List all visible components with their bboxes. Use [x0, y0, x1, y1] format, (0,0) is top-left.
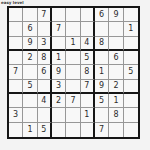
sudoku-cell-r1c6[interactable]: [81, 8, 95, 22]
puzzle-caption: easy level: [1, 0, 24, 5]
sudoku-cell-r8c3[interactable]: [38, 108, 52, 122]
sudoku-cell-r7c4[interactable]: 2: [52, 94, 66, 108]
sudoku-cell-r1c8[interactable]: 9: [109, 8, 123, 22]
sudoku-cell-r6c7[interactable]: 9: [95, 80, 109, 94]
sudoku-cell-r1c9[interactable]: [124, 8, 138, 22]
sudoku-cell-r5c2[interactable]: [23, 65, 37, 79]
sudoku-cell-r2c2[interactable]: 6: [23, 22, 37, 36]
sudoku-cell-r4c5[interactable]: [66, 51, 80, 65]
sudoku-cell-r7c3[interactable]: 4: [38, 94, 52, 108]
sudoku-cell-r1c7[interactable]: 6: [95, 8, 109, 22]
sudoku-cell-r4c7[interactable]: [95, 51, 109, 65]
sudoku-cell-r1c1[interactable]: [9, 8, 23, 22]
sudoku-cell-r4c4[interactable]: 1: [52, 51, 66, 65]
sudoku-cell-r3c4[interactable]: [52, 37, 66, 51]
sudoku-cell-r7c2[interactable]: [23, 94, 37, 108]
sudoku-cell-r4c3[interactable]: 8: [38, 51, 52, 65]
sudoku-cell-r9c6[interactable]: [81, 123, 95, 137]
sudoku-cell-r3c8[interactable]: [109, 37, 123, 51]
sudoku-board: 76967193148281567698155379242751318157: [7, 6, 140, 139]
sudoku-cell-r8c9[interactable]: [124, 108, 138, 122]
sudoku-cell-r4c8[interactable]: 6: [109, 51, 123, 65]
sudoku-cell-r7c5[interactable]: 7: [66, 94, 80, 108]
sudoku-cell-r5c4[interactable]: 9: [52, 65, 66, 79]
sudoku-cell-r9c8[interactable]: [109, 123, 123, 137]
sudoku-cell-r5c7[interactable]: 1: [95, 65, 109, 79]
sudoku-cell-r8c4[interactable]: [52, 108, 66, 122]
sudoku-cell-r3c1[interactable]: [9, 37, 23, 51]
sudoku-cell-r6c6[interactable]: 7: [81, 80, 95, 94]
sudoku-cell-r1c2[interactable]: [23, 8, 37, 22]
sudoku-cell-r3c7[interactable]: 8: [95, 37, 109, 51]
sudoku-cell-r2c6[interactable]: [81, 22, 95, 36]
sudoku-cell-r7c8[interactable]: 1: [109, 94, 123, 108]
sudoku-cell-r8c8[interactable]: 8: [109, 108, 123, 122]
sudoku-cell-r7c7[interactable]: 5: [95, 94, 109, 108]
sudoku-cell-r5c6[interactable]: 8: [81, 65, 95, 79]
sudoku-cell-r8c1[interactable]: 3: [9, 108, 23, 122]
sudoku-cell-r5c8[interactable]: [109, 65, 123, 79]
sudoku-cell-r8c6[interactable]: 1: [81, 108, 95, 122]
sudoku-cell-r7c6[interactable]: [81, 94, 95, 108]
sudoku-cell-r3c2[interactable]: 9: [23, 37, 37, 51]
sudoku-cell-r3c3[interactable]: 3: [38, 37, 52, 51]
sudoku-cell-r2c4[interactable]: 7: [52, 22, 66, 36]
sudoku-cell-r4c2[interactable]: 2: [23, 51, 37, 65]
sudoku-cell-r5c3[interactable]: 6: [38, 65, 52, 79]
sudoku-cell-r4c9[interactable]: [124, 51, 138, 65]
sudoku-cell-r9c2[interactable]: 1: [23, 123, 37, 137]
sudoku-cell-r8c2[interactable]: [23, 108, 37, 122]
sudoku-cell-r2c9[interactable]: 1: [124, 22, 138, 36]
sudoku-cell-r9c3[interactable]: 5: [38, 123, 52, 137]
sudoku-cell-r6c2[interactable]: 5: [23, 80, 37, 94]
sudoku-page: easy level 76967193148281567698155379242…: [0, 0, 150, 150]
sudoku-cell-r5c9[interactable]: 5: [124, 65, 138, 79]
sudoku-cell-r1c3[interactable]: 7: [38, 8, 52, 22]
sudoku-cell-r1c5[interactable]: [66, 8, 80, 22]
sudoku-cell-r3c5[interactable]: 1: [66, 37, 80, 51]
sudoku-cell-r5c1[interactable]: 7: [9, 65, 23, 79]
sudoku-cell-r9c1[interactable]: [9, 123, 23, 137]
sudoku-cell-r2c3[interactable]: [38, 22, 52, 36]
sudoku-cell-r9c9[interactable]: [124, 123, 138, 137]
sudoku-cell-r2c8[interactable]: [109, 22, 123, 36]
sudoku-cell-r6c9[interactable]: [124, 80, 138, 94]
sudoku-cell-r3c9[interactable]: [124, 37, 138, 51]
sudoku-cell-r6c4[interactable]: 3: [52, 80, 66, 94]
sudoku-cell-r9c5[interactable]: [66, 123, 80, 137]
sudoku-cell-r3c6[interactable]: 4: [81, 37, 95, 51]
sudoku-cell-r9c7[interactable]: 7: [95, 123, 109, 137]
sudoku-cell-r6c1[interactable]: [9, 80, 23, 94]
sudoku-cell-r7c1[interactable]: [9, 94, 23, 108]
sudoku-cell-r6c8[interactable]: 2: [109, 80, 123, 94]
sudoku-cell-r5c5[interactable]: [66, 65, 80, 79]
sudoku-cell-r8c5[interactable]: [66, 108, 80, 122]
sudoku-cell-r1c4[interactable]: [52, 8, 66, 22]
sudoku-cell-r4c6[interactable]: 5: [81, 51, 95, 65]
sudoku-cell-r4c1[interactable]: [9, 51, 23, 65]
sudoku-cell-r8c7[interactable]: [95, 108, 109, 122]
sudoku-cell-r2c5[interactable]: [66, 22, 80, 36]
sudoku-cell-r2c1[interactable]: [9, 22, 23, 36]
sudoku-cell-r6c3[interactable]: [38, 80, 52, 94]
sudoku-cell-r6c5[interactable]: [66, 80, 80, 94]
sudoku-cell-r9c4[interactable]: [52, 123, 66, 137]
sudoku-cell-r7c9[interactable]: [124, 94, 138, 108]
sudoku-cell-r2c7[interactable]: [95, 22, 109, 36]
